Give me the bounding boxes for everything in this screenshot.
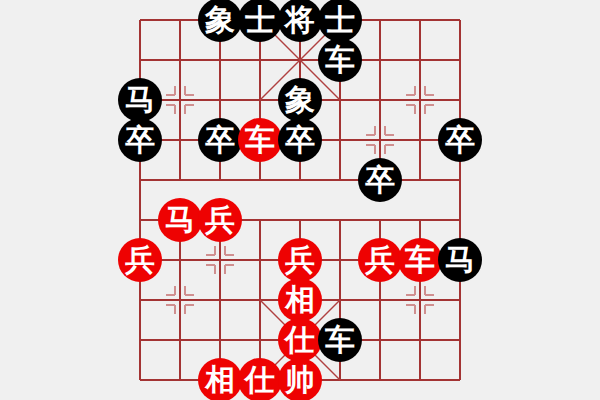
board-point: 兵	[280, 240, 320, 280]
board-point: 士	[240, 0, 280, 40]
board-point: 仕	[240, 360, 280, 400]
piece-black-chariot[interactable]: 车	[318, 38, 362, 82]
piece-black-soldier[interactable]: 卒	[278, 118, 322, 162]
piece-red-soldier[interactable]: 兵	[278, 238, 322, 282]
board-point: 车	[320, 320, 360, 360]
board-point: 卒	[200, 120, 240, 160]
board-point: 车	[400, 240, 440, 280]
piece-red-elephant[interactable]: 相	[198, 358, 242, 400]
piece-black-elephant[interactable]: 象	[278, 78, 322, 122]
piece-red-general[interactable]: 帅	[278, 358, 322, 400]
piece-red-advisor[interactable]: 仕	[278, 318, 322, 362]
board-point: 马	[120, 80, 160, 120]
piece-black-soldier[interactable]: 卒	[438, 118, 482, 162]
board-point: 车	[240, 120, 280, 160]
piece-black-soldier[interactable]: 卒	[358, 158, 402, 202]
board-point: 帅	[280, 360, 320, 400]
piece-red-advisor[interactable]: 仕	[238, 358, 282, 400]
board-point: 兵	[360, 240, 400, 280]
board-point: 士	[320, 0, 360, 40]
piece-black-general[interactable]: 将	[278, 0, 322, 42]
board-point: 仕	[280, 320, 320, 360]
piece-black-elephant[interactable]: 象	[198, 0, 242, 42]
board-point: 卒	[120, 120, 160, 160]
piece-red-chariot[interactable]: 车	[398, 238, 442, 282]
board-point: 车	[320, 40, 360, 80]
piece-black-horse[interactable]: 马	[118, 78, 162, 122]
xiangqi-board[interactable]: 象士将士车马象卒卒车卒卒卒马兵兵兵兵车马相仕车相仕帅	[120, 0, 480, 400]
piece-layer: 象士将士车马象卒卒车卒卒卒马兵兵兵兵车马相仕车相仕帅	[120, 0, 480, 400]
piece-black-advisor[interactable]: 士	[238, 0, 282, 42]
piece-black-horse[interactable]: 马	[438, 238, 482, 282]
board-point: 将	[280, 0, 320, 40]
piece-black-advisor[interactable]: 士	[318, 0, 362, 42]
board-point: 卒	[280, 120, 320, 160]
board-point: 兵	[120, 240, 160, 280]
board-point: 马	[440, 240, 480, 280]
board-point: 象	[280, 80, 320, 120]
board-point: 马	[160, 200, 200, 240]
page-background: { "game": "xiangqi", "position": "2baka3…	[0, 0, 600, 400]
piece-red-chariot[interactable]: 车	[238, 118, 282, 162]
board-point: 相	[280, 280, 320, 320]
piece-black-soldier[interactable]: 卒	[198, 118, 242, 162]
piece-red-soldier[interactable]: 兵	[118, 238, 162, 282]
piece-red-soldier[interactable]: 兵	[358, 238, 402, 282]
board-point: 相	[200, 360, 240, 400]
board-point: 卒	[360, 160, 400, 200]
piece-red-elephant[interactable]: 相	[278, 278, 322, 322]
piece-black-chariot[interactable]: 车	[318, 318, 362, 362]
piece-black-soldier[interactable]: 卒	[118, 118, 162, 162]
board-point: 象	[200, 0, 240, 40]
board-point: 兵	[200, 200, 240, 240]
piece-red-horse[interactable]: 马	[158, 198, 202, 242]
board-point: 卒	[440, 120, 480, 160]
piece-red-soldier[interactable]: 兵	[198, 198, 242, 242]
